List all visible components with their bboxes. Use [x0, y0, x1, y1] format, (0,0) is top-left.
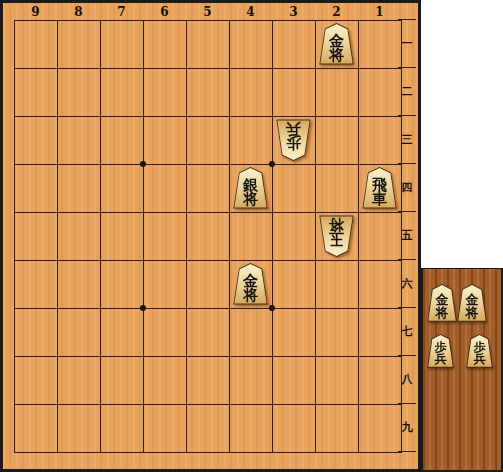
- square-9a[interactable]: [15, 21, 58, 69]
- square-6b[interactable]: [144, 69, 187, 117]
- star-point: [140, 305, 146, 311]
- square-8e[interactable]: [58, 213, 101, 261]
- square-5g[interactable]: [187, 309, 230, 357]
- square-5f[interactable]: [187, 261, 230, 309]
- square-3g[interactable]: [273, 309, 316, 357]
- square-7h[interactable]: [101, 357, 144, 405]
- square-1i[interactable]: [359, 405, 402, 453]
- square-5e[interactable]: [187, 213, 230, 261]
- square-6h[interactable]: [144, 357, 187, 405]
- silver-general-black-4d[interactable]: 銀将: [229, 164, 272, 212]
- square-3i[interactable]: [273, 405, 316, 453]
- koma-kanji: 将: [466, 307, 479, 319]
- file-label-9: 9: [14, 4, 57, 20]
- square-3f[interactable]: [273, 261, 316, 309]
- square-9f[interactable]: [15, 261, 58, 309]
- koma-face: 歩兵: [467, 335, 492, 367]
- file-label-2: 2: [315, 4, 358, 20]
- file-label-7: 7: [100, 4, 143, 20]
- square-8i[interactable]: [58, 405, 101, 453]
- koma-kanji: 兵: [286, 122, 301, 136]
- file-label-4: 4: [229, 4, 272, 20]
- koma-face: 金将: [234, 264, 267, 304]
- koma-shape: 金将: [457, 284, 487, 322]
- square-1h[interactable]: [359, 357, 402, 405]
- koma-face: 金将: [428, 285, 456, 321]
- square-2c[interactable]: [316, 117, 359, 165]
- file-label-1: 1: [358, 4, 401, 20]
- square-1e[interactable]: [359, 213, 402, 261]
- koma-kanji: 玉: [329, 232, 344, 246]
- square-2b[interactable]: [316, 69, 359, 117]
- square-4g[interactable]: [230, 309, 273, 357]
- rook-black-1d[interactable]: 飛車: [358, 164, 401, 212]
- koma-kanji: 将: [243, 192, 258, 206]
- koma-face: 銀将: [234, 168, 267, 208]
- square-9b[interactable]: [15, 69, 58, 117]
- koma-face: 金将: [320, 24, 353, 64]
- square-8g[interactable]: [58, 309, 101, 357]
- square-8h[interactable]: [58, 357, 101, 405]
- koma-kanji: 歩: [286, 136, 301, 150]
- square-3h[interactable]: [273, 357, 316, 405]
- koma-shape: 歩兵: [427, 334, 454, 368]
- square-7a[interactable]: [101, 21, 144, 69]
- square-5h[interactable]: [187, 357, 230, 405]
- koma-kanji: 兵: [474, 354, 486, 365]
- koma-face: 歩兵: [277, 120, 310, 160]
- file-label-6: 6: [143, 4, 186, 20]
- square-3b[interactable]: [273, 69, 316, 117]
- square-9e[interactable]: [15, 213, 58, 261]
- square-4a[interactable]: [230, 21, 273, 69]
- square-5a[interactable]: [187, 21, 230, 69]
- square-7g[interactable]: [101, 309, 144, 357]
- gold-general-black-2a[interactable]: 金将: [315, 20, 358, 68]
- koma-shape: 飛車: [362, 167, 397, 209]
- square-5d[interactable]: [187, 165, 230, 213]
- square-6f[interactable]: [144, 261, 187, 309]
- square-7b[interactable]: [101, 69, 144, 117]
- square-8f[interactable]: [58, 261, 101, 309]
- hand-gold-general-2[interactable]: 金将: [457, 284, 487, 322]
- square-8a[interactable]: [58, 21, 101, 69]
- koma-face: 金将: [458, 285, 486, 321]
- square-6e[interactable]: [144, 213, 187, 261]
- komadai-black-hand: 金将金将 歩兵歩兵: [421, 268, 503, 472]
- koma-kanji: 将: [329, 48, 344, 62]
- square-1g[interactable]: [359, 309, 402, 357]
- file-label-5: 5: [186, 4, 229, 20]
- square-2f[interactable]: [316, 261, 359, 309]
- hand-row-2: 歩兵歩兵: [427, 334, 503, 368]
- square-4c[interactable]: [230, 117, 273, 165]
- square-6g[interactable]: [144, 309, 187, 357]
- square-6a[interactable]: [144, 21, 187, 69]
- square-2g[interactable]: [316, 309, 359, 357]
- pawn-white-3c[interactable]: 歩兵: [272, 116, 315, 164]
- square-2i[interactable]: [316, 405, 359, 453]
- square-4i[interactable]: [230, 405, 273, 453]
- file-label-8: 8: [57, 4, 100, 20]
- square-9i[interactable]: [15, 405, 58, 453]
- koma-shape: 金将: [319, 23, 354, 65]
- hand-row-1: 金将金将: [427, 284, 487, 322]
- koma-shape: 玉将: [319, 215, 354, 257]
- koma-face: 歩兵: [428, 335, 453, 367]
- square-1b[interactable]: [359, 69, 402, 117]
- square-7e[interactable]: [101, 213, 144, 261]
- square-3e[interactable]: [273, 213, 316, 261]
- shogi-diagram: 987654321 一二三四五六七八九 金将歩兵銀将飛車玉将金将 金将金将 歩兵…: [0, 0, 503, 472]
- square-5i[interactable]: [187, 405, 230, 453]
- koma-shape: 歩兵: [466, 334, 493, 368]
- square-8c[interactable]: [58, 117, 101, 165]
- square-5c[interactable]: [187, 117, 230, 165]
- koma-shape: 金将: [427, 284, 457, 322]
- hand-gold-general-1[interactable]: 金将: [427, 284, 457, 322]
- square-5b[interactable]: [187, 69, 230, 117]
- square-4e[interactable]: [230, 213, 273, 261]
- square-4b[interactable]: [230, 69, 273, 117]
- koma-kanji: 兵: [435, 354, 447, 365]
- square-8d[interactable]: [58, 165, 101, 213]
- square-9g[interactable]: [15, 309, 58, 357]
- square-6d[interactable]: [144, 165, 187, 213]
- square-9c[interactable]: [15, 117, 58, 165]
- gold-general-black-4f[interactable]: 金将: [229, 260, 272, 308]
- square-9h[interactable]: [15, 357, 58, 405]
- koma-kanji: 車: [372, 192, 387, 206]
- square-7i[interactable]: [101, 405, 144, 453]
- square-6i[interactable]: [144, 405, 187, 453]
- koma-face: 玉将: [320, 216, 353, 256]
- king-white-2e[interactable]: 玉将: [315, 212, 358, 260]
- koma-kanji: 将: [329, 218, 344, 232]
- koma-shape: 銀将: [233, 167, 268, 209]
- square-6c[interactable]: [144, 117, 187, 165]
- square-4h[interactable]: [230, 357, 273, 405]
- square-2d[interactable]: [316, 165, 359, 213]
- square-7c[interactable]: [101, 117, 144, 165]
- square-8b[interactable]: [58, 69, 101, 117]
- square-1a[interactable]: [359, 21, 402, 69]
- square-7f[interactable]: [101, 261, 144, 309]
- square-1c[interactable]: [359, 117, 402, 165]
- koma-shape: 金将: [233, 263, 268, 305]
- koma-kanji: 将: [436, 307, 449, 319]
- file-label-3: 3: [272, 4, 315, 20]
- shogi-board: 987654321 一二三四五六七八九 金将歩兵銀将飛車玉将金将: [0, 0, 421, 472]
- koma-kanji: 将: [243, 288, 258, 302]
- star-point: [140, 161, 146, 167]
- file-labels: 987654321: [14, 4, 401, 20]
- koma-face: 飛車: [363, 168, 396, 208]
- hand-pawn-2[interactable]: 歩兵: [466, 334, 493, 368]
- square-1f[interactable]: [359, 261, 402, 309]
- hand-pawn-1[interactable]: 歩兵: [427, 334, 454, 368]
- square-7d[interactable]: [101, 165, 144, 213]
- square-3d[interactable]: [273, 165, 316, 213]
- square-9d[interactable]: [15, 165, 58, 213]
- square-2h[interactable]: [316, 357, 359, 405]
- square-3a[interactable]: [273, 21, 316, 69]
- koma-shape: 歩兵: [276, 119, 311, 161]
